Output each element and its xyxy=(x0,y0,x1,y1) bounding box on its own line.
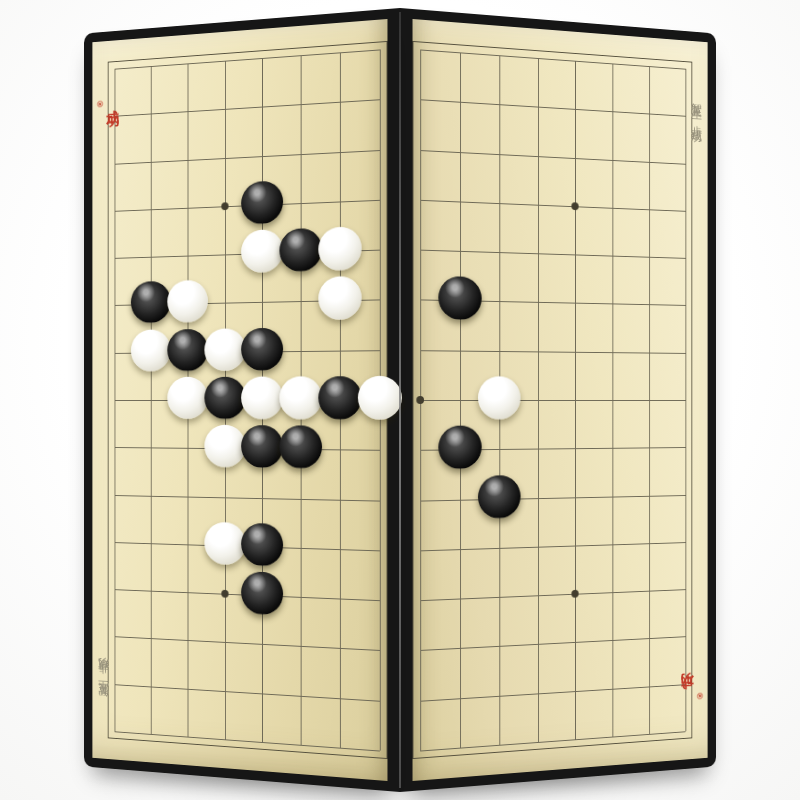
star-point xyxy=(572,202,579,210)
board-right-half: 智慧人生 步步成功 成功® ●○●● xyxy=(400,8,716,792)
fold-hinge-gap xyxy=(399,12,401,788)
black-stone[interactable]: ● xyxy=(438,426,481,470)
black-stone[interactable]: ● xyxy=(204,377,245,420)
board-surface-right: 智慧人生 步步成功 成功® ●○●● xyxy=(413,19,708,781)
white-stone[interactable]: ○ xyxy=(204,328,245,371)
star-point xyxy=(572,590,579,598)
black-stone[interactable]: ● xyxy=(242,327,284,370)
white-stone[interactable]: ○ xyxy=(131,329,171,371)
white-stone[interactable]: ○ xyxy=(204,522,245,566)
brand-logo-left: 成功® xyxy=(96,98,121,109)
board-left-half: 成功® 智慧人生 步步成功 ●○●○●○○○●○●○●○○●○○●●○●● xyxy=(84,8,400,792)
grid-line-vertical xyxy=(685,69,686,732)
white-stone[interactable]: ○ xyxy=(318,226,361,271)
white-stone[interactable]: ○ xyxy=(280,376,323,419)
white-stone[interactable]: ○ xyxy=(167,377,208,419)
black-stone[interactable]: ● xyxy=(242,180,284,225)
star-point xyxy=(221,590,228,598)
grid-line-horizontal xyxy=(420,400,685,401)
brand-logo-right: 成功® xyxy=(679,691,704,702)
black-stone[interactable]: ● xyxy=(242,571,284,615)
black-stone[interactable]: ● xyxy=(242,523,284,567)
black-stone[interactable]: ● xyxy=(280,228,323,272)
white-stone[interactable]: ○ xyxy=(242,376,284,419)
brand-logo-text: 成功 xyxy=(679,695,694,702)
white-stone[interactable]: ○ xyxy=(242,229,284,273)
slogan-left: 智慧人生 步步成功 xyxy=(97,676,111,707)
black-stone[interactable]: ● xyxy=(167,328,208,371)
product-photo: 成功® 智慧人生 步步成功 ●○●○●○○○●○●○●○○●○○●●○●● 智慧… xyxy=(0,0,800,800)
white-stone[interactable]: ○ xyxy=(478,376,521,419)
black-stone[interactable]: ● xyxy=(280,425,323,469)
go-grid-left: ●○●○●○○○●○●○●○○●○○●●○●● xyxy=(115,49,380,750)
white-stone[interactable]: ○ xyxy=(204,425,245,468)
black-stone[interactable]: ● xyxy=(318,376,361,420)
board-surface-left: 成功® 智慧人生 步步成功 ●○●○●○○○●○●○●○○●○○●●○●● xyxy=(92,19,387,781)
black-stone[interactable]: ● xyxy=(478,474,521,518)
registered-mark: ® xyxy=(696,691,705,701)
slogan-right: 智慧人生 步步成功 xyxy=(689,93,703,124)
white-stone[interactable]: ○ xyxy=(167,280,208,323)
folding-go-board: 成功® 智慧人生 步步成功 ●○●○●○○○●○●○●○○●○○●●○●● 智慧… xyxy=(50,8,750,792)
white-stone[interactable]: ○ xyxy=(318,276,361,320)
black-stone[interactable]: ● xyxy=(242,425,284,468)
white-stone[interactable]: ○ xyxy=(358,376,402,420)
star-point xyxy=(221,202,228,210)
star-point xyxy=(416,396,424,404)
black-stone[interactable]: ● xyxy=(131,281,171,324)
go-grid-right: ●○●● xyxy=(420,49,685,750)
black-stone[interactable]: ● xyxy=(438,276,481,320)
registered-mark: ® xyxy=(96,100,105,110)
brand-logo-text: 成功 xyxy=(105,98,120,105)
